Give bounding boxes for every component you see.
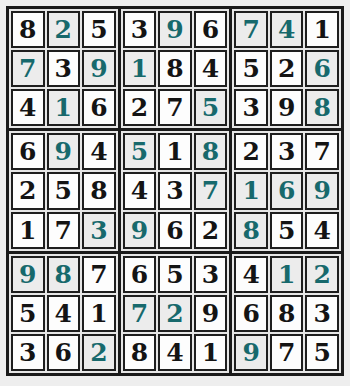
cell-r9c6[interactable]: 1 [194,334,228,371]
cell-r2c4[interactable]: 1 [123,50,157,87]
cell-r5c2[interactable]: 5 [47,172,81,209]
cell-r5c1[interactable]: 2 [11,172,45,209]
cell-r7c4[interactable]: 6 [123,256,157,293]
cell-r7c1[interactable]: 9 [11,256,45,293]
cell-r5c8[interactable]: 6 [270,172,304,209]
sudoku-board: 8257394163961842757415263986942581735184… [6,6,344,376]
cell-r7c5[interactable]: 5 [158,256,192,293]
cell-r3c6[interactable]: 5 [194,89,228,126]
sudoku-box-7: 987541362 [9,254,118,373]
cell-r1c8[interactable]: 4 [270,11,304,48]
cell-r4c2[interactable]: 9 [47,133,81,170]
cell-r9c8[interactable]: 7 [270,334,304,371]
cell-r7c6[interactable]: 3 [194,256,228,293]
cell-r9c5[interactable]: 4 [158,334,192,371]
cell-r1c4[interactable]: 3 [123,11,157,48]
cell-r7c3[interactable]: 7 [82,256,116,293]
cell-r6c5[interactable]: 6 [158,212,192,249]
cell-r4c1[interactable]: 6 [11,133,45,170]
sudoku-box-5: 518437962 [121,131,230,250]
cell-r4c8[interactable]: 3 [270,133,304,170]
cell-r3c7[interactable]: 3 [234,89,268,126]
cell-r4c6[interactable]: 8 [194,133,228,170]
cell-r2c5[interactable]: 8 [158,50,192,87]
cell-r6c1[interactable]: 1 [11,212,45,249]
cell-r6c3[interactable]: 3 [82,212,116,249]
cell-r1c1[interactable]: 8 [11,11,45,48]
cell-r9c2[interactable]: 6 [47,334,81,371]
cell-r5c4[interactable]: 4 [123,172,157,209]
cell-r9c3[interactable]: 2 [82,334,116,371]
cell-r6c2[interactable]: 7 [47,212,81,249]
cell-r9c1[interactable]: 3 [11,334,45,371]
cell-r1c5[interactable]: 9 [158,11,192,48]
cell-r5c3[interactable]: 8 [82,172,116,209]
cell-r6c9[interactable]: 4 [305,212,339,249]
cell-r8c9[interactable]: 3 [305,295,339,332]
cell-r9c9[interactable]: 5 [305,334,339,371]
cell-r2c3[interactable]: 9 [82,50,116,87]
cell-r8c3[interactable]: 1 [82,295,116,332]
cell-r3c1[interactable]: 4 [11,89,45,126]
cell-r1c2[interactable]: 2 [47,11,81,48]
cell-r4c7[interactable]: 2 [234,133,268,170]
cell-r3c8[interactable]: 9 [270,89,304,126]
sudoku-box-2: 396184275 [121,9,230,128]
cell-r8c5[interactable]: 2 [158,295,192,332]
cell-r2c7[interactable]: 5 [234,50,268,87]
cell-r4c5[interactable]: 1 [158,133,192,170]
cell-r6c4[interactable]: 9 [123,212,157,249]
cell-r4c4[interactable]: 5 [123,133,157,170]
cell-r3c4[interactable]: 2 [123,89,157,126]
cell-r7c7[interactable]: 4 [234,256,268,293]
cell-r5c7[interactable]: 1 [234,172,268,209]
cell-r9c7[interactable]: 9 [234,334,268,371]
cell-r4c3[interactable]: 4 [82,133,116,170]
cell-r6c8[interactable]: 5 [270,212,304,249]
sudoku-box-8: 653729841 [121,254,230,373]
cell-r3c2[interactable]: 1 [47,89,81,126]
sudoku-box-9: 412683975 [232,254,341,373]
cell-r8c4[interactable]: 7 [123,295,157,332]
cell-r7c8[interactable]: 1 [270,256,304,293]
cell-r5c6[interactable]: 7 [194,172,228,209]
cell-r8c7[interactable]: 6 [234,295,268,332]
cell-r1c9[interactable]: 1 [305,11,339,48]
cell-r2c8[interactable]: 2 [270,50,304,87]
cell-r1c3[interactable]: 5 [82,11,116,48]
cell-r8c1[interactable]: 5 [11,295,45,332]
cell-r7c2[interactable]: 8 [47,256,81,293]
cell-r6c7[interactable]: 8 [234,212,268,249]
sudoku-box-1: 825739416 [9,9,118,128]
cell-r8c2[interactable]: 4 [47,295,81,332]
cell-r2c9[interactable]: 6 [305,50,339,87]
cell-r2c2[interactable]: 3 [47,50,81,87]
cell-r8c8[interactable]: 8 [270,295,304,332]
cell-r8c6[interactable]: 9 [194,295,228,332]
cell-r1c6[interactable]: 6 [194,11,228,48]
sudoku-box-6: 237169854 [232,131,341,250]
cell-r6c6[interactable]: 2 [194,212,228,249]
cell-r5c5[interactable]: 3 [158,172,192,209]
cell-r3c9[interactable]: 8 [305,89,339,126]
cell-r2c1[interactable]: 7 [11,50,45,87]
cell-r1c7[interactable]: 7 [234,11,268,48]
cell-r4c9[interactable]: 7 [305,133,339,170]
cell-r7c9[interactable]: 2 [305,256,339,293]
sudoku-box-4: 694258173 [9,131,118,250]
sudoku-box-3: 741526398 [232,9,341,128]
cell-r5c9[interactable]: 9 [305,172,339,209]
cell-r2c6[interactable]: 4 [194,50,228,87]
cell-r3c3[interactable]: 6 [82,89,116,126]
cell-r9c4[interactable]: 8 [123,334,157,371]
cell-r3c5[interactable]: 7 [158,89,192,126]
